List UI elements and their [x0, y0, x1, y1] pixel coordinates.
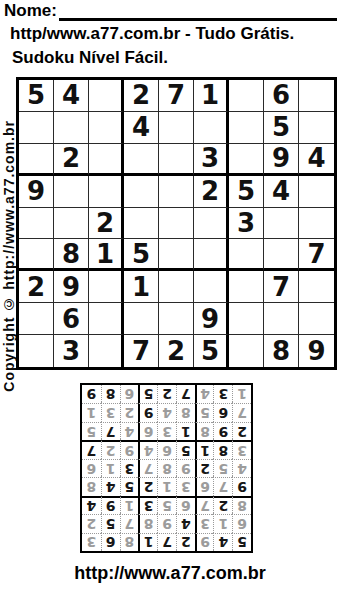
solution-cell-r4c2: 7	[213, 477, 232, 495]
solution-cell-r1c5: 7	[157, 533, 176, 551]
cell-r5c3: 2	[89, 208, 124, 240]
cell-r9c2: 3	[54, 335, 89, 367]
cell-r2c8: 5	[264, 112, 299, 144]
cell-r9c8: 8	[264, 335, 299, 367]
cell-r5c6	[194, 208, 229, 240]
solution-cell-r1c1: 5	[232, 533, 251, 551]
cell-r8c4	[124, 303, 159, 335]
solution-cell-r1c6: 1	[138, 533, 157, 551]
cell-r1c1: 5	[19, 80, 54, 112]
cell-r4c7: 5	[229, 176, 264, 208]
cell-r8c9	[299, 303, 334, 335]
cell-r3c1	[19, 144, 54, 176]
solution-cell-r5c9: 6	[82, 459, 101, 477]
cell-r7c6	[194, 271, 229, 303]
solution-cell-r3c4: 6	[176, 496, 195, 514]
solution-cell-r7c9: 5	[82, 422, 101, 440]
cell-r3c5	[159, 144, 194, 176]
cell-r1c7	[229, 80, 264, 112]
footer-url: http://www.a77.com.br	[0, 563, 340, 584]
solution-cell-r6c9: 7	[82, 440, 101, 458]
solution-cell-r9c6: 5	[138, 385, 157, 403]
cell-r5c4	[124, 208, 159, 240]
cell-r8c6: 9	[194, 303, 229, 335]
cell-r8c7	[229, 303, 264, 335]
cell-r4c9	[299, 176, 334, 208]
cell-r7c3	[89, 271, 124, 303]
cell-r2c4: 4	[124, 112, 159, 144]
cell-r4c8: 4	[264, 176, 299, 208]
cell-r5c5	[159, 208, 194, 240]
cell-r2c7	[229, 112, 264, 144]
cell-r3c3	[89, 144, 124, 176]
cell-r5c7: 3	[229, 208, 264, 240]
cell-r6c8	[264, 239, 299, 271]
solution-cell-r2c8: 5	[101, 514, 120, 532]
cell-r9c3	[89, 335, 124, 367]
solution-cell-r7c8: 7	[101, 422, 120, 440]
cell-r7c5	[159, 271, 194, 303]
cell-r9c1	[19, 335, 54, 367]
name-label: Nome:	[4, 1, 57, 21]
solution-cell-r8c1: 7	[232, 403, 251, 421]
solution-cell-r3c7: 1	[120, 496, 139, 514]
solution-cell-r2c4: 4	[176, 514, 195, 532]
solution-cell-r1c4: 2	[176, 533, 195, 551]
solution-cell-r9c1: 1	[232, 385, 251, 403]
solution-cell-r4c5: 1	[157, 477, 176, 495]
solution-cell-r5c2: 5	[213, 459, 232, 477]
solution-cell-r2c6: 8	[138, 514, 157, 532]
solution-cell-r8c6: 9	[138, 403, 157, 421]
solution-cell-r6c1: 3	[232, 440, 251, 458]
cell-r3c8: 9	[264, 144, 299, 176]
solution-cell-r7c6: 6	[138, 422, 157, 440]
solution-cell-r2c7: 7	[120, 514, 139, 532]
cell-r6c9: 7	[299, 239, 334, 271]
cell-r2c9	[299, 112, 334, 144]
solution-cell-r9c8: 8	[101, 385, 120, 403]
cell-r3c7	[229, 144, 264, 176]
solution-cell-r3c3: 7	[195, 496, 214, 514]
cell-r6c7	[229, 239, 264, 271]
solution-cell-r6c8: 2	[101, 440, 120, 458]
cell-r8c5	[159, 303, 194, 335]
cell-r2c5	[159, 112, 194, 144]
puzzle-level-title: Sudoku Nível Fácil.	[12, 48, 168, 68]
solution-cell-r2c9: 2	[82, 514, 101, 532]
site-header: http/www.a77.com.br - Tudo Grátis.	[10, 24, 294, 44]
cell-r5c8	[264, 208, 299, 240]
cell-r1c6: 1	[194, 80, 229, 112]
cell-r4c1: 9	[19, 176, 54, 208]
cell-r9c9: 9	[299, 335, 334, 367]
solution-cell-r8c4: 8	[176, 403, 195, 421]
cell-r4c4	[124, 176, 159, 208]
cell-r4c3	[89, 176, 124, 208]
cell-r1c2: 4	[54, 80, 89, 112]
solution-cell-r8c2: 6	[213, 403, 232, 421]
cell-r7c9	[299, 271, 334, 303]
cell-r1c8: 6	[264, 80, 299, 112]
solution-cell-r2c2: 1	[213, 514, 232, 532]
sudoku-grid: 5427164523949254238157291769372589	[16, 77, 337, 370]
solution-cell-r3c5: 5	[157, 496, 176, 514]
cell-r1c9	[299, 80, 334, 112]
cell-r8c2: 6	[54, 303, 89, 335]
cell-r3c6: 3	[194, 144, 229, 176]
cell-r7c8: 7	[264, 271, 299, 303]
solution-cell-r4c6: 2	[138, 477, 157, 495]
solution-cell-r3c8: 9	[101, 496, 120, 514]
cell-r8c8	[264, 303, 299, 335]
solution-cell-r4c9: 8	[82, 477, 101, 495]
solution-cell-r5c4: 9	[176, 459, 195, 477]
solution-cell-r4c8: 4	[101, 477, 120, 495]
solution-cell-r7c1: 2	[232, 422, 251, 440]
cell-r4c2	[54, 176, 89, 208]
solution-cell-r6c5: 6	[157, 440, 176, 458]
cell-r5c1	[19, 208, 54, 240]
solution-cell-r5c5: 8	[157, 459, 176, 477]
solution-cell-r9c4: 7	[176, 385, 195, 403]
solution-cell-r5c6: 7	[138, 459, 157, 477]
solution-cell-r8c7: 2	[120, 403, 139, 421]
name-row: Nome:	[4, 1, 337, 21]
cell-r6c1	[19, 239, 54, 271]
solution-cell-r3c2: 2	[213, 496, 232, 514]
solution-cell-r1c7: 8	[120, 533, 139, 551]
cell-r6c4: 5	[124, 239, 159, 271]
cell-r8c3	[89, 303, 124, 335]
copyright-text: Copyright © http://www.a77.com.br	[1, 120, 17, 392]
solution-cell-r9c7: 6	[120, 385, 139, 403]
solution-cell-r6c4: 5	[176, 440, 195, 458]
solution-cell-r7c5: 3	[157, 422, 176, 440]
solution-cell-r7c2: 9	[213, 422, 232, 440]
solution-cell-r7c4: 1	[176, 422, 195, 440]
cell-r9c4: 7	[124, 335, 159, 367]
solution-cell-r8c5: 4	[157, 403, 176, 421]
cell-r8c1	[19, 303, 54, 335]
cell-r7c1: 2	[19, 271, 54, 303]
solution-cell-r5c3: 2	[195, 459, 214, 477]
solution-cell-r6c3: 1	[195, 440, 214, 458]
solution-grid-rotated: 5492718636134987528276531949763125484529…	[80, 383, 253, 553]
solution-cell-r1c8: 6	[101, 533, 120, 551]
solution-cell-r6c6: 4	[138, 440, 157, 458]
solution-cell-r4c1: 9	[232, 477, 251, 495]
solution-cell-r5c7: 3	[120, 459, 139, 477]
cell-r1c3	[89, 80, 124, 112]
solution-cell-r7c3: 8	[195, 422, 214, 440]
cell-r7c4: 1	[124, 271, 159, 303]
solution-cell-r9c5: 2	[157, 385, 176, 403]
cell-r3c9: 4	[299, 144, 334, 176]
cell-r6c6	[194, 239, 229, 271]
solution-cell-r4c4: 3	[176, 477, 195, 495]
name-underline[interactable]	[59, 5, 337, 21]
cell-r4c5	[159, 176, 194, 208]
solution-cell-r6c7: 9	[120, 440, 139, 458]
cell-r6c5	[159, 239, 194, 271]
printable-sudoku-page: Nome: http/www.a77.com.br - Tudo Grátis.…	[0, 0, 340, 596]
solution-cell-r1c9: 3	[82, 533, 101, 551]
cell-r2c1	[19, 112, 54, 144]
solution-cell-r3c1: 8	[232, 496, 251, 514]
cell-r5c9	[299, 208, 334, 240]
solution-cell-r5c8: 1	[101, 459, 120, 477]
cell-r3c2: 2	[54, 144, 89, 176]
solution-cell-r2c5: 9	[157, 514, 176, 532]
cell-r7c2: 9	[54, 271, 89, 303]
solution-cell-r5c1: 4	[232, 459, 251, 477]
cell-r6c2: 8	[54, 239, 89, 271]
solution-cell-r4c7: 5	[120, 477, 139, 495]
solution-cell-r1c3: 9	[195, 533, 214, 551]
solution-cell-r1c2: 4	[213, 533, 232, 551]
cell-r6c3: 1	[89, 239, 124, 271]
cell-r2c2	[54, 112, 89, 144]
cell-r9c5: 2	[159, 335, 194, 367]
solution-cell-r9c3: 4	[195, 385, 214, 403]
solution-cell-r8c9: 1	[82, 403, 101, 421]
solution-cell-r3c6: 3	[138, 496, 157, 514]
solution-cell-r8c3: 5	[195, 403, 214, 421]
cell-r2c3	[89, 112, 124, 144]
solution-cell-r3c9: 4	[82, 496, 101, 514]
solution-cell-r2c3: 3	[195, 514, 214, 532]
cell-r1c5: 7	[159, 80, 194, 112]
cell-r3c4	[124, 144, 159, 176]
cell-r2c6	[194, 112, 229, 144]
cell-r4c6: 2	[194, 176, 229, 208]
cell-r7c7	[229, 271, 264, 303]
solution-cell-r4c3: 6	[195, 477, 214, 495]
solution-cell-r9c9: 9	[82, 385, 101, 403]
solution-cell-r9c2: 3	[213, 385, 232, 403]
cell-r9c7	[229, 335, 264, 367]
cell-r1c4: 2	[124, 80, 159, 112]
cell-r5c2	[54, 208, 89, 240]
solution-cell-r7c7: 4	[120, 422, 139, 440]
solution-cell-r6c2: 8	[213, 440, 232, 458]
cell-r9c6: 5	[194, 335, 229, 367]
solution-cell-r8c8: 3	[101, 403, 120, 421]
solution-cell-r2c1: 6	[232, 514, 251, 532]
